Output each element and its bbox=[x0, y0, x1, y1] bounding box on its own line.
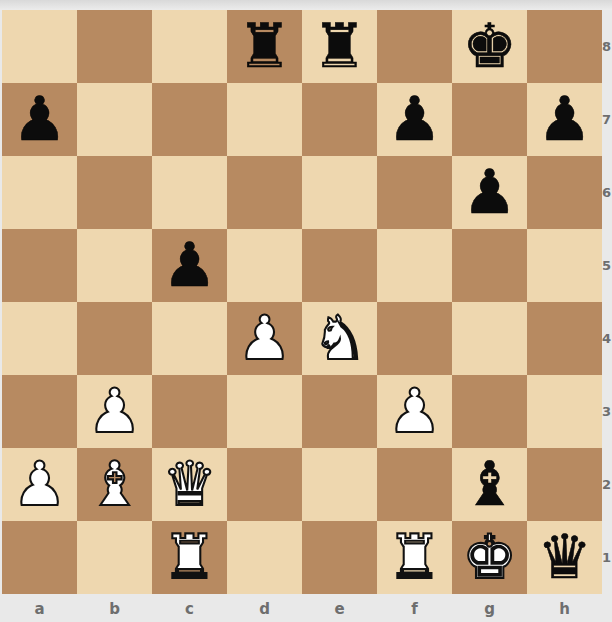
square-d4[interactable]: ♟ bbox=[227, 302, 302, 375]
square-e2[interactable] bbox=[302, 448, 377, 521]
rank-labels: 87654321 bbox=[601, 10, 612, 594]
rank-label-2: 2 bbox=[601, 448, 612, 521]
square-g1[interactable]: ♚ bbox=[452, 521, 527, 594]
square-c2[interactable]: ♛ bbox=[152, 448, 227, 521]
square-c6[interactable] bbox=[152, 156, 227, 229]
file-label-h: h bbox=[527, 594, 602, 622]
square-b7[interactable] bbox=[77, 83, 152, 156]
square-b1[interactable] bbox=[77, 521, 152, 594]
square-g4[interactable] bbox=[452, 302, 527, 375]
piece-white-queen[interactable]: ♛ bbox=[162, 453, 217, 514]
square-f4[interactable] bbox=[377, 302, 452, 375]
square-f7[interactable]: ♟ bbox=[377, 83, 452, 156]
square-g7[interactable] bbox=[452, 83, 527, 156]
square-c1[interactable]: ♜ bbox=[152, 521, 227, 594]
square-d7[interactable] bbox=[227, 83, 302, 156]
piece-black-pawn[interactable]: ♟ bbox=[537, 88, 592, 149]
square-h2[interactable] bbox=[527, 448, 602, 521]
square-b2[interactable]: ♝ bbox=[77, 448, 152, 521]
chess-board: ♜♜♚♟♟♟♟♟♟♞♟♟♟♝♛♝♜♜♚♛ bbox=[2, 10, 602, 594]
square-a3[interactable] bbox=[2, 375, 77, 448]
square-g2[interactable]: ♝ bbox=[452, 448, 527, 521]
square-h6[interactable] bbox=[527, 156, 602, 229]
piece-white-bishop[interactable]: ♝ bbox=[87, 453, 142, 514]
square-e7[interactable] bbox=[302, 83, 377, 156]
piece-black-pawn[interactable]: ♟ bbox=[12, 88, 67, 149]
square-f2[interactable] bbox=[377, 448, 452, 521]
square-d6[interactable] bbox=[227, 156, 302, 229]
square-c7[interactable] bbox=[152, 83, 227, 156]
square-e8[interactable]: ♜ bbox=[302, 10, 377, 83]
square-g5[interactable] bbox=[452, 229, 527, 302]
rank-label-6: 6 bbox=[601, 156, 612, 229]
rank-label-5: 5 bbox=[601, 229, 612, 302]
piece-white-rook[interactable]: ♜ bbox=[387, 526, 442, 587]
file-label-g: g bbox=[452, 594, 527, 622]
square-b8[interactable] bbox=[77, 10, 152, 83]
piece-white-king[interactable]: ♚ bbox=[462, 526, 517, 587]
file-label-b: b bbox=[77, 594, 152, 622]
file-label-d: d bbox=[227, 594, 302, 622]
square-e3[interactable] bbox=[302, 375, 377, 448]
square-a4[interactable] bbox=[2, 302, 77, 375]
piece-black-queen[interactable]: ♛ bbox=[537, 526, 592, 587]
square-d5[interactable] bbox=[227, 229, 302, 302]
piece-white-pawn[interactable]: ♟ bbox=[237, 307, 292, 368]
square-h7[interactable]: ♟ bbox=[527, 83, 602, 156]
square-d2[interactable] bbox=[227, 448, 302, 521]
square-b6[interactable] bbox=[77, 156, 152, 229]
piece-white-knight[interactable]: ♞ bbox=[312, 307, 367, 368]
square-h5[interactable] bbox=[527, 229, 602, 302]
square-b3[interactable]: ♟ bbox=[77, 375, 152, 448]
rank-label-4: 4 bbox=[601, 302, 612, 375]
file-labels: abcdefgh bbox=[2, 594, 602, 622]
chess-app-window: ♜♜♚♟♟♟♟♟♟♞♟♟♟♝♛♝♜♜♚♛ abcdefgh 87654321 bbox=[0, 0, 612, 622]
square-f3[interactable]: ♟ bbox=[377, 375, 452, 448]
square-c4[interactable] bbox=[152, 302, 227, 375]
piece-black-rook[interactable]: ♜ bbox=[312, 15, 367, 76]
square-a6[interactable] bbox=[2, 156, 77, 229]
square-e5[interactable] bbox=[302, 229, 377, 302]
rank-label-7: 7 bbox=[601, 83, 612, 156]
piece-black-king[interactable]: ♚ bbox=[462, 15, 517, 76]
square-g8[interactable]: ♚ bbox=[452, 10, 527, 83]
square-f8[interactable] bbox=[377, 10, 452, 83]
square-c5[interactable]: ♟ bbox=[152, 229, 227, 302]
square-a5[interactable] bbox=[2, 229, 77, 302]
square-h1[interactable]: ♛ bbox=[527, 521, 602, 594]
file-label-f: f bbox=[377, 594, 452, 622]
square-f6[interactable] bbox=[377, 156, 452, 229]
square-d3[interactable] bbox=[227, 375, 302, 448]
square-e4[interactable]: ♞ bbox=[302, 302, 377, 375]
square-h3[interactable] bbox=[527, 375, 602, 448]
square-d8[interactable]: ♜ bbox=[227, 10, 302, 83]
square-a1[interactable] bbox=[2, 521, 77, 594]
piece-black-pawn[interactable]: ♟ bbox=[162, 234, 217, 295]
square-c8[interactable] bbox=[152, 10, 227, 83]
square-g3[interactable] bbox=[452, 375, 527, 448]
piece-black-bishop[interactable]: ♝ bbox=[462, 453, 517, 514]
file-label-c: c bbox=[152, 594, 227, 622]
square-h4[interactable] bbox=[527, 302, 602, 375]
piece-black-rook[interactable]: ♜ bbox=[237, 15, 292, 76]
rank-label-1: 1 bbox=[601, 521, 612, 594]
square-d1[interactable] bbox=[227, 521, 302, 594]
top-margin bbox=[0, 0, 612, 10]
piece-white-pawn[interactable]: ♟ bbox=[387, 380, 442, 441]
piece-white-pawn[interactable]: ♟ bbox=[87, 380, 142, 441]
piece-white-pawn[interactable]: ♟ bbox=[12, 453, 67, 514]
file-label-a: a bbox=[2, 594, 77, 622]
square-b5[interactable] bbox=[77, 229, 152, 302]
rank-label-8: 8 bbox=[601, 10, 612, 83]
square-e1[interactable] bbox=[302, 521, 377, 594]
square-a8[interactable] bbox=[2, 10, 77, 83]
square-e6[interactable] bbox=[302, 156, 377, 229]
square-f5[interactable] bbox=[377, 229, 452, 302]
square-b4[interactable] bbox=[77, 302, 152, 375]
piece-white-rook[interactable]: ♜ bbox=[162, 526, 217, 587]
square-f1[interactable]: ♜ bbox=[377, 521, 452, 594]
piece-black-pawn[interactable]: ♟ bbox=[387, 88, 442, 149]
square-a2[interactable]: ♟ bbox=[2, 448, 77, 521]
square-c3[interactable] bbox=[152, 375, 227, 448]
square-h8[interactable] bbox=[527, 10, 602, 83]
rank-label-3: 3 bbox=[601, 375, 612, 448]
file-label-e: e bbox=[302, 594, 377, 622]
square-g6[interactable]: ♟ bbox=[452, 156, 527, 229]
square-a7[interactable]: ♟ bbox=[2, 83, 77, 156]
piece-black-pawn[interactable]: ♟ bbox=[462, 161, 517, 222]
